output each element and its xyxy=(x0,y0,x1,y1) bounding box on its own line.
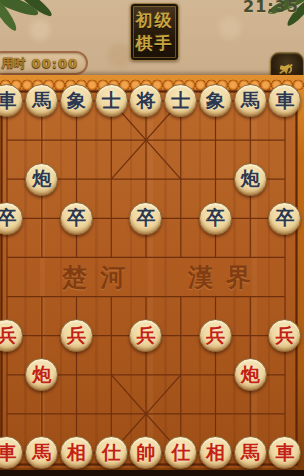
piece-black-horse[interactable]: 馬 xyxy=(25,84,58,117)
piece-red-horse[interactable]: 馬 xyxy=(25,436,58,469)
piece-red-elephant[interactable]: 相 xyxy=(60,436,93,469)
piece-red-chariot[interactable]: 車 xyxy=(268,436,301,469)
piece-black-elephant[interactable]: 象 xyxy=(199,84,232,117)
piece-black-soldier[interactable]: 卒 xyxy=(199,202,232,235)
piece-black-soldier[interactable]: 卒 xyxy=(129,202,162,235)
piece-black-advisor[interactable]: 士 xyxy=(95,84,128,117)
piece-red-soldier[interactable]: 兵 xyxy=(129,319,162,352)
piece-black-cannon[interactable]: 炮 xyxy=(25,163,58,196)
piece-black-chariot[interactable]: 車 xyxy=(268,84,301,117)
piece-black-horse[interactable]: 馬 xyxy=(234,84,267,117)
piece-red-soldier[interactable]: 兵 xyxy=(60,319,93,352)
piece-black-elephant[interactable]: 象 xyxy=(60,84,93,117)
piece-red-soldier[interactable]: 兵 xyxy=(268,319,301,352)
piece-black-advisor[interactable]: 士 xyxy=(164,84,197,117)
piece-black-cannon[interactable]: 炮 xyxy=(234,163,267,196)
xiangqi-board[interactable]: 車馬象士将士象馬車炮炮卒卒卒卒卒兵兵兵兵兵炮炮車馬相仕帥仕相馬車 xyxy=(0,81,302,472)
piece-red-soldier[interactable]: 兵 xyxy=(199,319,232,352)
xiangqi-app-screen: 21:35 初级 棋手 用时 00:00 xyxy=(0,0,304,476)
piece-black-chariot[interactable]: 車 xyxy=(0,84,23,117)
piece-red-general[interactable]: 帥 xyxy=(129,436,162,469)
piece-red-advisor[interactable]: 仕 xyxy=(95,436,128,469)
piece-red-soldier[interactable]: 兵 xyxy=(0,319,23,352)
piece-red-cannon[interactable]: 炮 xyxy=(25,358,58,391)
bottom-edge-shadow xyxy=(0,470,304,476)
piece-black-soldier[interactable]: 卒 xyxy=(60,202,93,235)
piece-black-soldier[interactable]: 卒 xyxy=(268,202,301,235)
piece-black-soldier[interactable]: 卒 xyxy=(0,202,23,235)
piece-red-cannon[interactable]: 炮 xyxy=(234,358,267,391)
piece-red-horse[interactable]: 馬 xyxy=(234,436,267,469)
piece-black-general[interactable]: 将 xyxy=(129,84,162,117)
piece-red-elephant[interactable]: 相 xyxy=(199,436,232,469)
piece-red-advisor[interactable]: 仕 xyxy=(164,436,197,469)
piece-red-chariot[interactable]: 車 xyxy=(0,436,23,469)
